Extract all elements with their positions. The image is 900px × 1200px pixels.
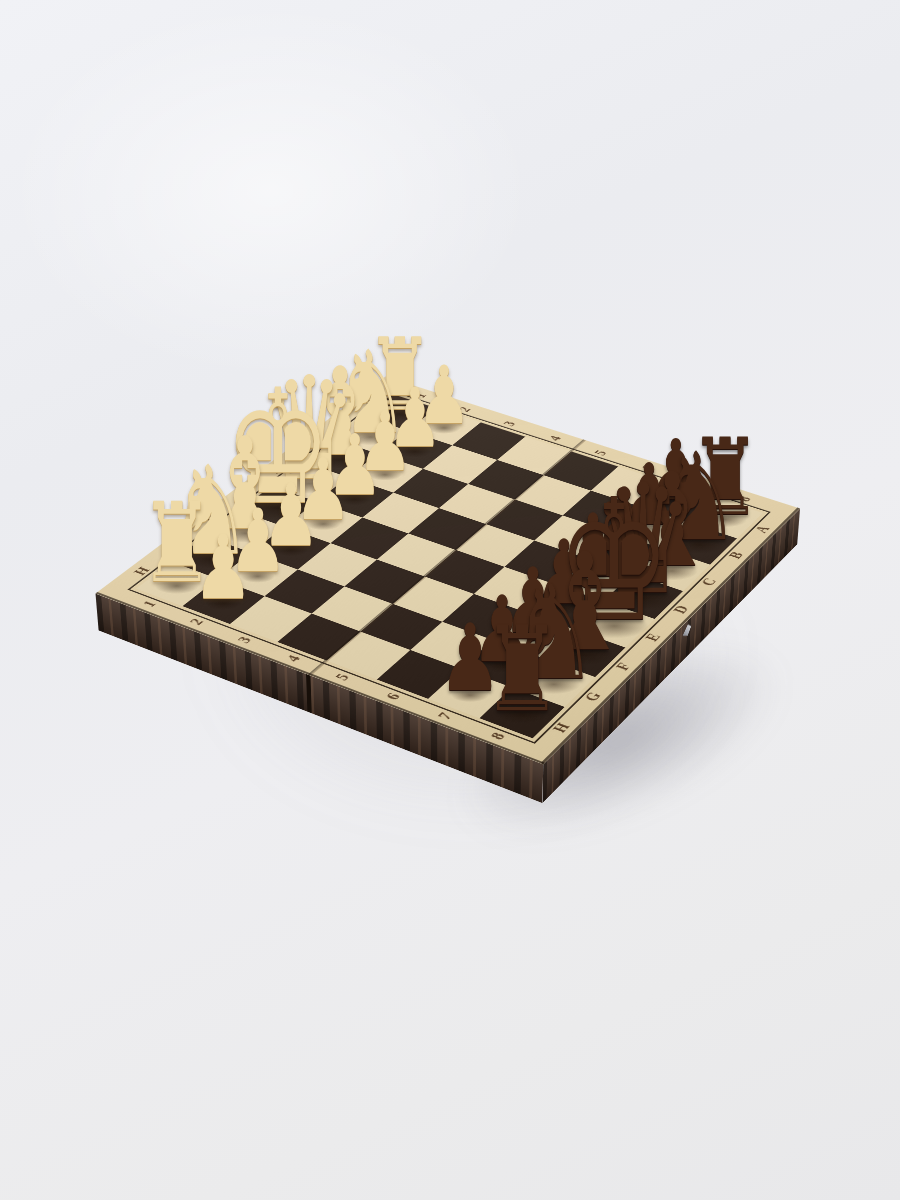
piece-black-rook-h8[interactable]: ♜ xyxy=(469,610,574,728)
photo-background: 11AA22BB33CC44DD55EE66FF77GG88HH ♜♞♝♛♚♝♞… xyxy=(0,0,900,1200)
rook-glyph: ♜ xyxy=(482,610,562,728)
fold-seam-notch xyxy=(306,674,312,714)
pawn-glyph: ♟ xyxy=(193,524,253,612)
piece-white-pawn-h2[interactable]: ♟ xyxy=(184,524,263,612)
